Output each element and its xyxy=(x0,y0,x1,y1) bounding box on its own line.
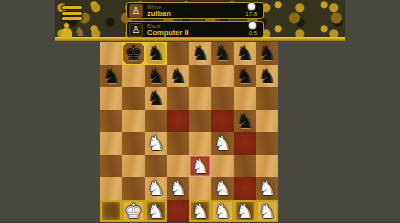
white-knight[interactable]: ♞ xyxy=(213,177,231,199)
square-e2[interactable] xyxy=(189,177,211,200)
square-c2[interactable]: ♞ xyxy=(145,177,167,200)
square-e3[interactable]: ♞ xyxy=(189,155,211,178)
black-player-name: Computer II xyxy=(147,29,249,37)
black-knight[interactable]: ♞ xyxy=(191,42,209,64)
square-c6[interactable]: ♞ xyxy=(145,87,167,110)
square-d2[interactable]: ♞ xyxy=(167,177,189,200)
white-knight[interactable]: ♞ xyxy=(236,200,254,222)
square-f2[interactable]: ♞ xyxy=(211,177,233,200)
square-c3[interactable] xyxy=(145,155,167,178)
square-e6[interactable] xyxy=(189,87,211,110)
square-c4[interactable]: ♞ xyxy=(145,132,167,155)
black-knight[interactable]: ♞ xyxy=(258,42,276,64)
square-a5[interactable] xyxy=(100,110,122,133)
top-bar: ♞ ♙ White zulban 17.8 ♙ Black Computer I… xyxy=(55,0,345,41)
square-f4[interactable]: ♞ xyxy=(211,132,233,155)
square-g6[interactable] xyxy=(234,87,256,110)
square-a7[interactable]: ♞ xyxy=(100,65,122,88)
square-e1[interactable]: ♞ xyxy=(189,200,211,223)
human-vs-computer-icon: ♞ xyxy=(59,23,93,40)
white-knight[interactable]: ♞ xyxy=(191,200,209,222)
black-knight[interactable]: ♞ xyxy=(147,65,165,87)
white-knight[interactable]: ♞ xyxy=(147,132,165,154)
square-b6[interactable] xyxy=(122,87,144,110)
square-h8[interactable]: ♞ xyxy=(256,42,278,65)
black-knight[interactable]: ♞ xyxy=(258,65,276,87)
square-e4[interactable] xyxy=(189,132,211,155)
square-b4[interactable] xyxy=(122,132,144,155)
black-piece-icon: ♙ xyxy=(129,23,143,37)
square-d4[interactable] xyxy=(167,132,189,155)
square-g7[interactable]: ♞ xyxy=(234,65,256,88)
square-g4[interactable] xyxy=(234,132,256,155)
black-knight[interactable]: ♞ xyxy=(236,110,254,132)
square-c7[interactable]: ♞ xyxy=(145,65,167,88)
square-b1[interactable]: ♚ xyxy=(122,200,144,223)
square-e7[interactable] xyxy=(189,65,211,88)
square-g1[interactable]: ♞ xyxy=(234,200,256,223)
square-b3[interactable] xyxy=(122,155,144,178)
white-piece-icon: ♙ xyxy=(129,4,143,18)
square-d1[interactable] xyxy=(167,200,189,223)
square-c5[interactable] xyxy=(145,110,167,133)
square-b7[interactable] xyxy=(122,65,144,88)
white-knight[interactable]: ♞ xyxy=(169,177,187,199)
square-f5[interactable] xyxy=(211,110,233,133)
square-a8[interactable] xyxy=(100,42,122,65)
square-h4[interactable] xyxy=(256,132,278,155)
square-g3[interactable] xyxy=(234,155,256,178)
black-knight[interactable]: ♞ xyxy=(102,65,120,87)
square-d3[interactable] xyxy=(167,155,189,178)
square-b5[interactable] xyxy=(122,110,144,133)
square-h2[interactable]: ♞ xyxy=(256,177,278,200)
square-a6[interactable] xyxy=(100,87,122,110)
square-f8[interactable]: ♞ xyxy=(211,42,233,65)
square-c1[interactable]: ♞ xyxy=(145,200,167,223)
square-a2[interactable] xyxy=(100,177,122,200)
square-g8[interactable]: ♞ xyxy=(234,42,256,65)
square-b8[interactable]: ♚ xyxy=(122,42,144,65)
square-c8[interactable]: ♞ xyxy=(145,42,167,65)
black-knight[interactable]: ♞ xyxy=(147,87,165,109)
square-e5[interactable] xyxy=(189,110,211,133)
square-d8[interactable] xyxy=(167,42,189,65)
black-king[interactable]: ♚ xyxy=(124,42,142,64)
white-player-name: zulban xyxy=(147,10,245,18)
square-a4[interactable] xyxy=(100,132,122,155)
white-king[interactable]: ♚ xyxy=(124,200,142,222)
chess-board: ♚♞♞♞♞♞♞♞♞♞♞♞♞♞♞♞♞♞♞♞♚♞♞♞♞♞ xyxy=(100,42,278,222)
square-a3[interactable] xyxy=(100,155,122,178)
black-time: 0.5 xyxy=(249,30,257,37)
square-g2[interactable] xyxy=(234,177,256,200)
app-screen: ♞ ♙ White zulban 17.8 ♙ Black Computer I… xyxy=(0,0,400,222)
square-g5[interactable]: ♞ xyxy=(234,110,256,133)
square-h6[interactable] xyxy=(256,87,278,110)
white-knight[interactable]: ♞ xyxy=(147,177,165,199)
white-knight[interactable]: ♞ xyxy=(191,155,209,177)
square-h3[interactable] xyxy=(256,155,278,178)
white-player-panel: ♙ White zulban 17.8 xyxy=(126,2,264,19)
black-knight[interactable]: ♞ xyxy=(169,65,187,87)
square-b2[interactable] xyxy=(122,177,144,200)
square-f3[interactable] xyxy=(211,155,233,178)
square-f7[interactable] xyxy=(211,65,233,88)
square-h7[interactable]: ♞ xyxy=(256,65,278,88)
black-knight[interactable]: ♞ xyxy=(147,42,165,64)
square-a1[interactable] xyxy=(100,200,122,223)
square-d6[interactable] xyxy=(167,87,189,110)
white-knight[interactable]: ♞ xyxy=(213,200,231,222)
square-h5[interactable] xyxy=(256,110,278,133)
square-f1[interactable]: ♞ xyxy=(211,200,233,223)
white-knight[interactable]: ♞ xyxy=(258,177,276,199)
black-knight[interactable]: ♞ xyxy=(236,42,254,64)
white-knight[interactable]: ♞ xyxy=(213,132,231,154)
black-clock-icon xyxy=(249,22,256,29)
white-knight[interactable]: ♞ xyxy=(147,200,165,222)
white-time: 17.8 xyxy=(245,11,257,18)
white-clock-icon xyxy=(248,3,255,10)
square-e8[interactable]: ♞ xyxy=(189,42,211,65)
square-d5[interactable] xyxy=(167,110,189,133)
knight-icon: ♞ xyxy=(74,24,86,39)
hamburger-menu-icon[interactable] xyxy=(62,6,82,22)
black-knight[interactable]: ♞ xyxy=(236,65,254,87)
square-f6[interactable] xyxy=(211,87,233,110)
black-knight[interactable]: ♞ xyxy=(213,42,231,64)
square-h1[interactable]: ♞ xyxy=(256,200,278,223)
black-player-panel: ♙ Black Computer II 0.5 xyxy=(126,21,264,38)
white-knight[interactable]: ♞ xyxy=(258,200,276,222)
square-d7[interactable]: ♞ xyxy=(167,65,189,88)
